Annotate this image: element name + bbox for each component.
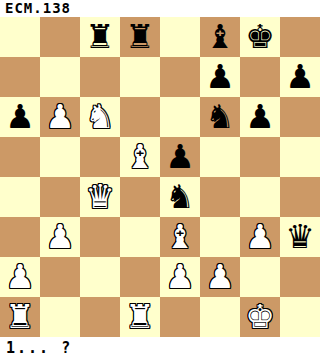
square-b3[interactable]: ♟ [40, 217, 80, 257]
square-d8[interactable]: ♜ [120, 17, 160, 57]
square-e5[interactable]: ♟ [160, 137, 200, 177]
square-c2[interactable] [80, 257, 120, 297]
square-d2[interactable] [120, 257, 160, 297]
square-g6[interactable]: ♟ [240, 97, 280, 137]
piece-white-rook: ♜ [125, 297, 155, 337]
piece-black-pawn: ♟ [205, 57, 235, 97]
square-c3[interactable] [80, 217, 120, 257]
square-g2[interactable] [240, 257, 280, 297]
square-a2[interactable]: ♟ [0, 257, 40, 297]
chess-board: ♜♜♝♚♟♟♟♟♞♞♟♝♟♛♞♟♝♟♛♟♟♟♜♜♚ [0, 17, 320, 337]
piece-white-pawn: ♟ [205, 257, 235, 297]
square-b6[interactable]: ♟ [40, 97, 80, 137]
square-e2[interactable]: ♟ [160, 257, 200, 297]
square-d5[interactable]: ♝ [120, 137, 160, 177]
square-g5[interactable] [240, 137, 280, 177]
piece-white-king: ♚ [245, 297, 275, 337]
square-b8[interactable] [40, 17, 80, 57]
square-c5[interactable] [80, 137, 120, 177]
square-f8[interactable]: ♝ [200, 17, 240, 57]
square-c1[interactable] [80, 297, 120, 337]
square-d7[interactable] [120, 57, 160, 97]
square-f1[interactable] [200, 297, 240, 337]
square-e1[interactable] [160, 297, 200, 337]
move-prompt: 1... ? [6, 339, 72, 357]
square-e8[interactable] [160, 17, 200, 57]
piece-white-pawn: ♟ [5, 257, 35, 297]
piece-white-bishop: ♝ [165, 217, 195, 257]
piece-white-rook: ♜ [5, 297, 35, 337]
square-e6[interactable] [160, 97, 200, 137]
piece-black-king: ♚ [245, 17, 275, 57]
square-f6[interactable]: ♞ [200, 97, 240, 137]
square-b5[interactable] [40, 137, 80, 177]
square-g4[interactable] [240, 177, 280, 217]
square-c4[interactable]: ♛ [80, 177, 120, 217]
square-d6[interactable] [120, 97, 160, 137]
piece-white-pawn: ♟ [45, 97, 75, 137]
square-b1[interactable] [40, 297, 80, 337]
square-b2[interactable] [40, 257, 80, 297]
square-h7[interactable]: ♟ [280, 57, 320, 97]
square-g8[interactable]: ♚ [240, 17, 280, 57]
square-d1[interactable]: ♜ [120, 297, 160, 337]
square-b7[interactable] [40, 57, 80, 97]
piece-black-pawn: ♟ [5, 97, 35, 137]
piece-white-pawn: ♟ [165, 257, 195, 297]
square-a1[interactable]: ♜ [0, 297, 40, 337]
square-g3[interactable]: ♟ [240, 217, 280, 257]
square-h4[interactable] [280, 177, 320, 217]
square-g7[interactable] [240, 57, 280, 97]
square-e3[interactable]: ♝ [160, 217, 200, 257]
piece-black-pawn: ♟ [165, 137, 195, 177]
piece-black-knight: ♞ [165, 177, 195, 217]
square-a4[interactable] [0, 177, 40, 217]
square-a8[interactable] [0, 17, 40, 57]
square-d4[interactable] [120, 177, 160, 217]
piece-white-pawn: ♟ [245, 217, 275, 257]
square-e4[interactable]: ♞ [160, 177, 200, 217]
square-c8[interactable]: ♜ [80, 17, 120, 57]
square-a6[interactable]: ♟ [0, 97, 40, 137]
square-a5[interactable] [0, 137, 40, 177]
piece-black-pawn: ♟ [245, 97, 275, 137]
square-h1[interactable] [280, 297, 320, 337]
square-h5[interactable] [280, 137, 320, 177]
square-h8[interactable] [280, 17, 320, 57]
square-c6[interactable]: ♞ [80, 97, 120, 137]
piece-black-bishop: ♝ [205, 17, 235, 57]
square-f4[interactable] [200, 177, 240, 217]
square-a3[interactable] [0, 217, 40, 257]
piece-black-queen: ♛ [285, 217, 315, 257]
square-f7[interactable]: ♟ [200, 57, 240, 97]
square-c7[interactable] [80, 57, 120, 97]
square-d3[interactable] [120, 217, 160, 257]
diagram-title: ECM.138 [5, 0, 71, 16]
square-h3[interactable]: ♛ [280, 217, 320, 257]
piece-white-pawn: ♟ [45, 217, 75, 257]
piece-black-rook: ♜ [85, 17, 115, 57]
piece-white-knight: ♞ [85, 97, 115, 137]
square-h6[interactable] [280, 97, 320, 137]
piece-white-bishop: ♝ [125, 137, 155, 177]
square-e7[interactable] [160, 57, 200, 97]
square-h2[interactable] [280, 257, 320, 297]
square-f5[interactable] [200, 137, 240, 177]
square-f3[interactable] [200, 217, 240, 257]
piece-black-knight: ♞ [205, 97, 235, 137]
piece-black-pawn: ♟ [285, 57, 315, 97]
square-a7[interactable] [0, 57, 40, 97]
piece-black-rook: ♜ [125, 17, 155, 57]
square-b4[interactable] [40, 177, 80, 217]
piece-white-queen: ♛ [85, 177, 115, 217]
square-f2[interactable]: ♟ [200, 257, 240, 297]
square-g1[interactable]: ♚ [240, 297, 280, 337]
